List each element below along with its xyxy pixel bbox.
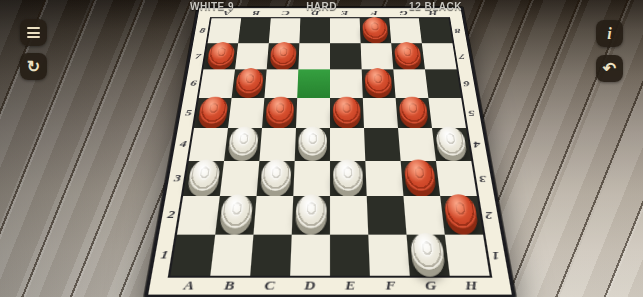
red-checker-A7[interactable] — [207, 42, 236, 66]
square-F6[interactable] — [362, 69, 396, 97]
file-labels-bottom: ABCDEFGH — [148, 276, 512, 295]
square-A8[interactable] — [208, 18, 242, 43]
board-perspective-wrapper: ABCDEFGH 87654321 87654321 ABCDEFGH — [144, 7, 516, 297]
white-checker-D4[interactable] — [298, 127, 327, 156]
red-checker-H2[interactable] — [443, 195, 479, 229]
square-G1[interactable] — [406, 234, 449, 276]
file-label-C: C — [249, 276, 290, 295]
square-F1[interactable] — [368, 234, 410, 276]
square-C4[interactable] — [259, 128, 296, 161]
square-D7[interactable] — [298, 43, 330, 69]
red-checker-G7[interactable] — [394, 42, 422, 66]
square-A2[interactable] — [177, 196, 220, 234]
square-C8[interactable] — [269, 18, 301, 43]
square-B8[interactable] — [238, 18, 271, 43]
square-H3[interactable] — [436, 161, 477, 196]
white-checker-E3[interactable] — [333, 159, 363, 190]
white-checker-B2[interactable] — [219, 195, 253, 229]
square-D2[interactable] — [292, 196, 330, 234]
white-checker-C3[interactable] — [260, 159, 291, 190]
red-checker-F8[interactable] — [362, 17, 388, 39]
square-C2[interactable] — [254, 196, 294, 234]
square-G2[interactable] — [403, 196, 444, 234]
red-checker-C5[interactable] — [265, 97, 294, 124]
square-H4[interactable] — [432, 128, 471, 161]
file-label-E: E — [330, 276, 371, 295]
file-label-D: D — [289, 276, 330, 295]
square-D6[interactable] — [297, 69, 330, 97]
info-icon: i — [607, 26, 611, 42]
undo-button[interactable]: ↶ — [596, 55, 623, 82]
info-button[interactable]: i — [596, 20, 623, 47]
square-B5[interactable] — [228, 98, 264, 128]
hamburger-icon — [27, 27, 40, 29]
square-G3[interactable] — [401, 161, 441, 196]
square-G7[interactable] — [391, 43, 425, 69]
square-A5[interactable] — [194, 98, 232, 128]
square-D3[interactable] — [293, 161, 330, 196]
square-H8[interactable] — [419, 18, 453, 43]
checkers-board: ABCDEFGH 87654321 87654321 ABCDEFGH — [144, 7, 516, 297]
square-F7[interactable] — [361, 43, 394, 69]
file-label-G: G — [410, 276, 452, 295]
square-C1[interactable] — [250, 234, 292, 276]
white-checker-B4[interactable] — [228, 127, 259, 156]
square-A6[interactable] — [199, 69, 235, 97]
square-C6[interactable] — [264, 69, 298, 97]
square-C3[interactable] — [257, 161, 295, 196]
file-label-F: F — [370, 276, 411, 295]
menu-button[interactable] — [20, 19, 47, 46]
board-grid — [170, 18, 489, 275]
square-G4[interactable] — [398, 128, 436, 161]
square-G5[interactable] — [396, 98, 432, 128]
square-E4[interactable] — [330, 128, 365, 161]
white-checker-A3[interactable] — [187, 159, 221, 190]
rank-label-7: 7 — [452, 43, 471, 69]
file-label-B: B — [208, 276, 250, 295]
rank-label-8: 8 — [448, 18, 466, 43]
square-F2[interactable] — [367, 196, 407, 234]
difficulty-label: HARD — [306, 1, 337, 12]
square-C7[interactable] — [267, 43, 300, 69]
square-A1[interactable] — [170, 234, 215, 276]
file-label-A: A — [167, 276, 210, 295]
square-E5[interactable] — [330, 98, 364, 128]
square-B1[interactable] — [210, 234, 253, 276]
square-A7[interactable] — [203, 43, 238, 69]
square-E3[interactable] — [330, 161, 367, 196]
square-H2[interactable] — [440, 196, 483, 234]
square-B3[interactable] — [220, 161, 260, 196]
square-H6[interactable] — [425, 69, 461, 97]
square-E6[interactable] — [330, 69, 363, 97]
square-B6[interactable] — [232, 69, 267, 97]
black-score: 12 BLACK — [409, 1, 462, 12]
square-A4[interactable] — [189, 128, 228, 161]
red-checker-B6[interactable] — [235, 68, 264, 93]
rank-label-6: 6 — [457, 69, 477, 97]
red-checker-G3[interactable] — [404, 159, 437, 190]
file-label-H: H — [450, 276, 493, 295]
red-checker-E5[interactable] — [333, 97, 361, 124]
white-checker-G1[interactable] — [410, 233, 446, 270]
square-E7[interactable] — [330, 43, 362, 69]
white-score: WHITE 9 — [190, 1, 234, 12]
restart-button[interactable]: ↻ — [20, 53, 47, 80]
restart-icon: ↻ — [27, 59, 40, 75]
square-A3[interactable] — [183, 161, 224, 196]
square-D4[interactable] — [295, 128, 330, 161]
square-F8[interactable] — [360, 18, 392, 43]
square-D5[interactable] — [296, 98, 330, 128]
square-D1[interactable] — [290, 234, 330, 276]
square-F3[interactable] — [365, 161, 403, 196]
square-B7[interactable] — [235, 43, 269, 69]
undo-icon: ↶ — [603, 61, 616, 77]
white-checker-H4[interactable] — [435, 127, 468, 156]
white-checker-D2[interactable] — [295, 195, 326, 229]
red-checker-G5[interactable] — [398, 97, 428, 124]
square-C5[interactable] — [262, 98, 297, 128]
status-bar: WHITE 9 HARD 12 BLACK — [190, 0, 462, 12]
square-B2[interactable] — [215, 196, 256, 234]
square-G6[interactable] — [393, 69, 428, 97]
square-H1[interactable] — [445, 234, 490, 276]
square-H5[interactable] — [428, 98, 466, 128]
red-checker-F6[interactable] — [364, 68, 392, 93]
red-checker-A5[interactable] — [198, 97, 229, 124]
square-B4[interactable] — [224, 128, 262, 161]
square-E2[interactable] — [330, 196, 368, 234]
square-H7[interactable] — [422, 43, 457, 69]
red-checker-C7[interactable] — [270, 42, 297, 66]
square-F5[interactable] — [363, 98, 398, 128]
square-F4[interactable] — [364, 128, 401, 161]
square-E8[interactable] — [330, 18, 361, 43]
square-E1[interactable] — [330, 234, 370, 276]
square-G8[interactable] — [389, 18, 422, 43]
square-D8[interactable] — [299, 18, 330, 43]
